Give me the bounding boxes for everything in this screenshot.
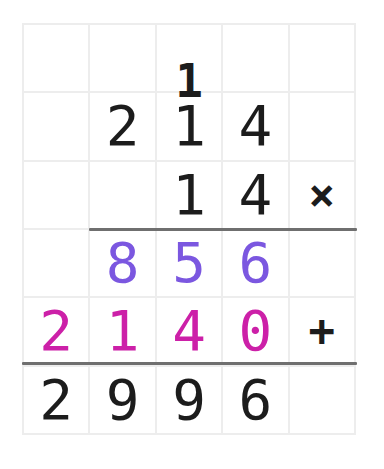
grid-cell-r3-c4-digit: 4	[223, 162, 287, 228]
digit-text: 2	[106, 98, 140, 154]
grid-cell-empty-r3-c1	[24, 162, 88, 228]
grid-cell-r6-c2-digit: 9	[90, 367, 154, 433]
grid-cell-empty-r4-c1	[24, 230, 88, 296]
grid-cell-empty-r3-c2	[90, 162, 154, 228]
grid-cell-r2-c2-digit: 2	[90, 93, 154, 159]
digit-text: 6	[239, 372, 273, 428]
digit-text: 1	[172, 167, 206, 223]
grid-cell-r1-c3-carry-digit: 1	[157, 25, 221, 91]
digit-text: 4	[239, 167, 273, 223]
digit-text: 9	[172, 372, 206, 428]
grid-cell-r3-c5-operator: ×	[290, 162, 354, 228]
grid-cell-r5-c1-digit: 2	[24, 298, 88, 364]
multiplier-rule-line	[89, 228, 357, 231]
digit-text: 0	[239, 303, 273, 359]
digit-text: 1	[106, 303, 140, 359]
grid-cell-r6-c3-digit: 9	[157, 367, 221, 433]
grid-cell-r4-c4-digit: 6	[223, 230, 287, 296]
digit-text: 6	[239, 235, 273, 291]
grid-cell-empty-r6-c5	[290, 367, 354, 433]
grid-cell-empty-r4-c5	[290, 230, 354, 296]
grid-cell-r5-c5-operator: +	[290, 298, 354, 364]
grid-cell-empty-r1-c4	[223, 25, 287, 91]
grid-cell-r6-c1-digit: 2	[24, 367, 88, 433]
digit-text: 9	[106, 372, 140, 428]
grid-cell-empty-r1-c1	[24, 25, 88, 91]
carry-digit-text: 1	[175, 58, 203, 104]
plus-sign: +	[309, 309, 336, 353]
grid-cell-r4-c2-digit: 8	[90, 230, 154, 296]
grid-cell-r5-c2-digit: 1	[90, 298, 154, 364]
multiply-sign: ×	[309, 173, 336, 217]
grid-cell-r6-c4-digit: 6	[223, 367, 287, 433]
digit-text: 2	[39, 303, 73, 359]
digit-text: 5	[172, 235, 206, 291]
grid-cell-r5-c4-digit: 0	[223, 298, 287, 364]
sum-rule-line	[22, 362, 357, 365]
grid-cell-empty-r1-c2	[90, 25, 154, 91]
grid-cell-r4-c3-digit: 5	[157, 230, 221, 296]
grid-cell-r5-c3-digit: 4	[157, 298, 221, 364]
digit-text: 4	[239, 98, 273, 154]
digit-text: 4	[172, 303, 206, 359]
worksheet-stage: 121414×8562140+2996	[0, 0, 384, 469]
digit-text: 8	[106, 235, 140, 291]
digit-text: 2	[39, 372, 73, 428]
grid-cell-empty-r2-c5	[290, 93, 354, 159]
grid-cell-empty-r1-c5	[290, 25, 354, 91]
grid-cell-empty-r2-c1	[24, 93, 88, 159]
grid-cell-r2-c4-digit: 4	[223, 93, 287, 159]
grid-cell-r3-c3-digit: 1	[157, 162, 221, 228]
